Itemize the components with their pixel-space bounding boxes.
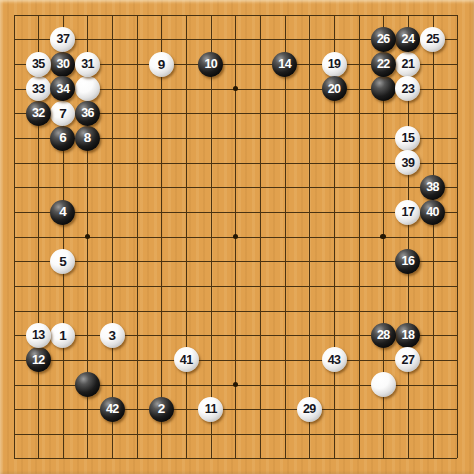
stone-black-move-26: 26 [371, 27, 396, 52]
stone-white-move-21: 21 [395, 52, 420, 77]
move-number: 14 [278, 58, 291, 71]
move-number: 24 [402, 33, 415, 46]
stone-black-move-2: 2 [149, 397, 174, 422]
stone-white-move-39: 39 [395, 150, 420, 175]
stone-black-move-30: 30 [50, 52, 75, 77]
stone-white-move-15: 15 [395, 126, 420, 151]
move-number: 32 [32, 107, 45, 120]
move-number: 42 [106, 403, 119, 416]
move-number: 43 [328, 354, 341, 367]
stone-black-move-8: 8 [75, 126, 100, 151]
move-number: 30 [57, 58, 70, 71]
stone-white-move-9: 9 [149, 52, 174, 77]
stone-black-move-16: 16 [395, 249, 420, 274]
move-number: 15 [402, 132, 415, 145]
stone-white-move-35: 35 [26, 52, 51, 77]
move-number: 7 [59, 107, 67, 121]
stone-white-move-23: 23 [395, 76, 420, 101]
move-number: 3 [108, 329, 116, 343]
move-number: 5 [59, 255, 67, 269]
move-number: 1 [59, 329, 67, 343]
move-number: 36 [81, 107, 94, 120]
star-point [233, 86, 239, 92]
star-point [380, 234, 386, 240]
move-number: 40 [426, 206, 439, 219]
move-number: 33 [32, 83, 45, 96]
move-number: 18 [402, 329, 415, 342]
move-number: 21 [402, 58, 415, 71]
setup-stone-black [75, 372, 100, 397]
move-number: 31 [81, 58, 94, 71]
move-number: 8 [84, 131, 92, 145]
move-number: 22 [377, 58, 390, 71]
move-number: 28 [377, 329, 390, 342]
stone-white-move-19: 19 [322, 52, 347, 77]
stone-black-move-20: 20 [322, 76, 347, 101]
go-board[interactable]: 1234567891011121314151617181920212223242… [0, 0, 474, 474]
move-number: 9 [158, 58, 166, 72]
stone-white-move-13: 13 [26, 323, 51, 348]
stone-black-move-42: 42 [100, 397, 125, 422]
stone-white-move-5: 5 [50, 249, 75, 274]
stone-black-move-4: 4 [50, 200, 75, 225]
stone-white-move-7: 7 [50, 101, 75, 126]
move-number: 19 [328, 58, 341, 71]
stone-white-move-1: 1 [50, 323, 75, 348]
stone-black-move-40: 40 [420, 200, 445, 225]
move-number: 35 [32, 58, 45, 71]
stone-white-move-27: 27 [395, 347, 420, 372]
setup-stone-white [75, 76, 100, 101]
stone-white-move-41: 41 [174, 347, 199, 372]
move-number: 38 [426, 181, 439, 194]
move-number: 10 [204, 58, 217, 71]
setup-stone-white [371, 372, 396, 397]
stone-black-move-36: 36 [75, 101, 100, 126]
move-number: 20 [328, 83, 341, 96]
move-number: 34 [57, 83, 70, 96]
move-number: 23 [402, 83, 415, 96]
stone-black-move-24: 24 [395, 27, 420, 52]
move-number: 26 [377, 33, 390, 46]
stone-black-move-18: 18 [395, 323, 420, 348]
stone-black-move-6: 6 [50, 126, 75, 151]
stone-black-move-34: 34 [50, 76, 75, 101]
move-number: 12 [32, 354, 45, 367]
stone-white-move-37: 37 [50, 27, 75, 52]
move-number: 25 [426, 33, 439, 46]
setup-stone-black [371, 76, 396, 101]
move-number: 6 [59, 131, 67, 145]
stone-black-move-22: 22 [371, 52, 396, 77]
move-number: 11 [205, 403, 217, 416]
stone-black-move-38: 38 [420, 175, 445, 200]
stone-black-move-12: 12 [26, 347, 51, 372]
stone-white-move-25: 25 [420, 27, 445, 52]
move-number: 17 [402, 206, 415, 219]
stone-black-move-32: 32 [26, 101, 51, 126]
stone-white-move-11: 11 [198, 397, 223, 422]
stone-white-move-29: 29 [297, 397, 322, 422]
stone-white-move-43: 43 [322, 347, 347, 372]
stone-black-move-14: 14 [272, 52, 297, 77]
move-number: 4 [59, 205, 67, 219]
move-number: 41 [180, 354, 193, 367]
stone-white-move-33: 33 [26, 76, 51, 101]
stone-black-move-28: 28 [371, 323, 396, 348]
move-number: 37 [57, 33, 70, 46]
stone-black-move-10: 10 [198, 52, 223, 77]
move-number: 29 [303, 403, 316, 416]
stone-white-move-17: 17 [395, 200, 420, 225]
star-point [233, 234, 239, 240]
move-number: 2 [158, 402, 166, 416]
stone-white-move-31: 31 [75, 52, 100, 77]
move-number: 39 [402, 157, 415, 170]
move-number: 16 [402, 255, 415, 268]
move-number: 13 [32, 329, 45, 342]
star-point [233, 382, 239, 388]
stone-white-move-3: 3 [100, 323, 125, 348]
board-grid: 1234567891011121314151617181920212223242… [1, 2, 469, 470]
move-number: 27 [402, 354, 415, 367]
star-point [85, 234, 91, 240]
